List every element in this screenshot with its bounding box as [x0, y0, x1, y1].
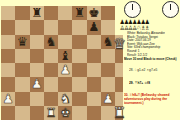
square-d3	[44, 77, 58, 91]
square-c1	[30, 106, 44, 120]
square-e3	[58, 77, 72, 91]
white-clock	[124, 1, 141, 18]
square-a7	[1, 20, 15, 34]
black-pawn: ♟	[87, 20, 101, 34]
square-a6	[1, 35, 15, 49]
game-header: White: Beliavsky, Alexander Black: Tivia…	[127, 31, 181, 57]
captured-white-pieces: ♙♙♙♙♘♗♗	[120, 25, 160, 31]
square-b3	[15, 77, 29, 91]
square-g6	[87, 35, 101, 49]
square-d6: ♞	[44, 35, 58, 49]
square-f4	[72, 63, 86, 77]
capture-strip-cell	[115, 63, 123, 77]
header-result: Result: 1/2-1/2	[127, 52, 181, 56]
white-pawn: ♟	[30, 77, 44, 91]
square-e1: ♚	[58, 106, 72, 120]
square-d5	[44, 49, 58, 63]
white-pawn: ♟	[58, 63, 72, 77]
square-c7	[30, 20, 44, 34]
square-h4	[101, 63, 115, 77]
move-list-current[interactable]: 29. ♖h7+ ♔f8	[129, 81, 180, 88]
square-g7: ♟	[87, 20, 101, 34]
white-knight: ♞	[58, 92, 72, 106]
square-d8	[44, 6, 58, 20]
black-king: ♚	[87, 6, 101, 20]
black-rook: ♜	[72, 6, 86, 20]
square-b8	[15, 6, 29, 20]
square-c5	[30, 49, 44, 63]
square-h8	[101, 6, 115, 20]
square-b7	[15, 20, 29, 34]
square-a3	[1, 77, 15, 91]
white-king: ♚	[58, 106, 72, 120]
square-g5	[87, 49, 101, 63]
square-g3	[87, 77, 101, 91]
black-clock	[162, 1, 179, 18]
square-f8: ♜	[72, 6, 86, 20]
square-g4	[87, 63, 101, 77]
white-pawn: ♟	[1, 92, 15, 106]
square-c3: ♟	[30, 77, 44, 91]
square-b6: ♛	[15, 35, 29, 49]
chess-viewer: ♜♜♚♟♛♞♞♝♟♟♟♞♟♜♚ ♛♜ ♟♟♟♟♟♟♟ ♙♙♙♙♘♗♗ White…	[0, 0, 180, 120]
square-e7	[58, 20, 72, 34]
capture-strip-cell	[115, 77, 123, 91]
square-a2: ♟	[1, 92, 15, 106]
chess-board: ♜♜♚♟♛♞♞♝♟♟♟♞♟♜♚	[1, 6, 115, 120]
black-queen: ♛	[15, 35, 29, 49]
move-status: Move 30 and Black to move (Check)	[124, 57, 181, 64]
square-f7	[72, 20, 86, 34]
square-g1	[87, 106, 101, 120]
square-e6	[58, 35, 72, 49]
square-g2	[87, 92, 101, 106]
black-knight: ♞	[44, 35, 58, 49]
clock-center-dot	[132, 8, 134, 10]
capture-strip: ♛♜	[115, 35, 123, 120]
square-c2	[30, 92, 44, 106]
move-annotation: 30. ♖h8+!! (Beliavsky showed adventurous…	[124, 93, 177, 116]
square-a1	[1, 106, 15, 120]
square-e2: ♞	[58, 92, 72, 106]
square-a4	[1, 63, 15, 77]
square-a5	[1, 49, 15, 63]
black-rook: ♜	[30, 6, 44, 20]
square-b1	[15, 106, 29, 120]
square-b5	[15, 49, 29, 63]
move-list-previous[interactable]: 28. ♘g1-e2 ♗g7-e5	[129, 68, 180, 75]
square-h7	[101, 20, 115, 34]
square-d1: ♜	[44, 106, 58, 120]
square-f3	[72, 77, 86, 91]
square-f6	[72, 35, 86, 49]
square-c6	[30, 35, 44, 49]
square-b4	[15, 63, 29, 77]
square-e8	[58, 6, 72, 20]
clock-center-dot	[170, 8, 172, 10]
square-e4: ♟	[58, 63, 72, 77]
square-b2	[15, 92, 29, 106]
square-a8	[1, 6, 15, 20]
square-c8: ♜	[30, 6, 44, 20]
square-g8: ♚	[87, 6, 101, 20]
square-d2	[44, 92, 58, 106]
white-rook: ♜	[44, 106, 58, 120]
square-d4	[44, 63, 58, 77]
square-h3	[101, 77, 115, 91]
square-f5	[72, 49, 86, 63]
square-d7	[44, 20, 58, 34]
square-f2	[72, 92, 86, 106]
square-f1	[72, 106, 86, 120]
